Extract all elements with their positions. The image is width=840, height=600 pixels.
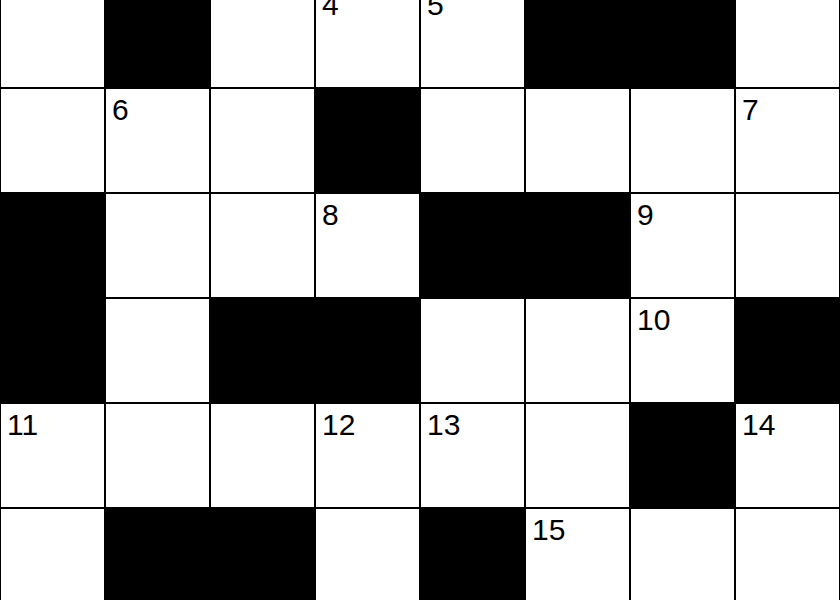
white-cell-r2c3[interactable]: 8: [315, 193, 420, 298]
clue-number: 9: [637, 198, 654, 233]
black-cell-r5c1: [105, 508, 210, 600]
white-cell-r5c0[interactable]: [0, 508, 105, 600]
white-cell-r5c7[interactable]: [735, 508, 840, 600]
clue-number: 10: [637, 303, 670, 338]
clue-number: 13: [427, 408, 460, 443]
white-cell-r0c7[interactable]: [735, 0, 840, 88]
white-cell-r4c4[interactable]: 13: [420, 403, 525, 508]
clue-number: 14: [742, 408, 775, 443]
white-cell-r4c1[interactable]: [105, 403, 210, 508]
white-cell-r1c0[interactable]: [0, 88, 105, 193]
white-cell-r3c6[interactable]: 10: [630, 298, 735, 403]
white-cell-r1c2[interactable]: [210, 88, 315, 193]
white-cell-r2c7[interactable]: [735, 193, 840, 298]
clue-number: 11: [7, 408, 38, 443]
white-cell-r0c4[interactable]: 5: [420, 0, 525, 88]
white-cell-r4c7[interactable]: 14: [735, 403, 840, 508]
black-cell-r2c5: [525, 193, 630, 298]
black-cell-r3c7: [735, 298, 840, 403]
white-cell-r4c0[interactable]: 11: [0, 403, 105, 508]
black-cell-r4c6: [630, 403, 735, 508]
black-cell-r5c2: [210, 508, 315, 600]
white-cell-r1c6[interactable]: [630, 88, 735, 193]
white-cell-r1c4[interactable]: [420, 88, 525, 193]
white-cell-r3c1[interactable]: [105, 298, 210, 403]
clue-number: 7: [742, 93, 759, 128]
white-cell-r1c1[interactable]: 6: [105, 88, 210, 193]
black-cell-r3c0: [0, 298, 105, 403]
black-cell-r2c0: [0, 193, 105, 298]
black-cell-r1c3: [315, 88, 420, 193]
white-cell-r1c7[interactable]: 7: [735, 88, 840, 193]
clue-number: 6: [112, 93, 129, 128]
white-cell-r0c3[interactable]: 4: [315, 0, 420, 88]
white-cell-r1c5[interactable]: [525, 88, 630, 193]
white-cell-r2c1[interactable]: [105, 193, 210, 298]
white-cell-r4c2[interactable]: [210, 403, 315, 508]
clue-number: 15: [532, 513, 565, 548]
white-cell-r4c5[interactable]: [525, 403, 630, 508]
black-cell-r0c5: [525, 0, 630, 88]
clue-number: 5: [427, 0, 444, 23]
black-cell-r0c1: [105, 0, 210, 88]
black-cell-r0c6: [630, 0, 735, 88]
black-cell-r3c2: [210, 298, 315, 403]
white-cell-r5c6[interactable]: [630, 508, 735, 600]
white-cell-r0c2[interactable]: [210, 0, 315, 88]
clue-number: 8: [322, 198, 339, 233]
white-cell-r2c6[interactable]: 9: [630, 193, 735, 298]
white-cell-r5c3[interactable]: [315, 508, 420, 600]
clue-number: 12: [322, 408, 355, 443]
white-cell-r2c2[interactable]: [210, 193, 315, 298]
clue-number: 4: [322, 0, 339, 23]
black-cell-r3c3: [315, 298, 420, 403]
white-cell-r0c0[interactable]: [0, 0, 105, 88]
white-cell-r3c5[interactable]: [525, 298, 630, 403]
black-cell-r2c4: [420, 193, 525, 298]
white-cell-r5c5[interactable]: 15: [525, 508, 630, 600]
crossword-grid: 456789101112131415: [0, 0, 840, 600]
white-cell-r4c3[interactable]: 12: [315, 403, 420, 508]
white-cell-r3c4[interactable]: [420, 298, 525, 403]
black-cell-r5c4: [420, 508, 525, 600]
crossword-viewport: 456789101112131415: [0, 0, 840, 600]
